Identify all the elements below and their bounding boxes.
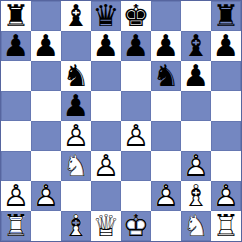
white-piece-outline: ♘ [61,151,91,181]
square-b3[interactable] [31,151,61,181]
white-piece-outline: ♗ [181,181,211,211]
white-piece-outline: ♖ [211,211,241,241]
square-a6[interactable] [1,61,31,91]
square-b5[interactable] [31,91,61,121]
piece-white-pawn: ♟♙ [181,151,211,181]
square-e5[interactable] [121,91,151,121]
square-a4[interactable] [1,121,31,151]
square-b2[interactable]: ♟♙ [31,181,61,211]
piece-black-pawn: ♟ [211,31,241,61]
black-piece-glyph: ♟ [211,31,241,61]
black-piece-glyph: ♟ [31,31,61,61]
piece-white-king: ♚♔ [121,211,151,241]
piece-white-rook: ♜♖ [211,211,241,241]
square-g7[interactable]: ♝ [181,31,211,61]
square-e7[interactable]: ♟ [121,31,151,61]
white-piece-outline: ♙ [151,181,181,211]
black-piece-glyph: ♜ [211,1,241,31]
square-c8[interactable]: ♝ [61,1,91,31]
square-f3[interactable] [151,151,181,181]
square-d8[interactable]: ♛ [91,1,121,31]
chess-board: ♜♝♛♚♜♟♟♟♟♟♝♟♞♞♟♟♟♙♟♙♞♘♟♙♟♙♟♙♟♙♟♙♝♗♟♙♜♖♝♗… [0,0,242,242]
square-d5[interactable] [91,91,121,121]
square-c3[interactable]: ♞♘ [61,151,91,181]
square-c5[interactable]: ♟ [61,91,91,121]
black-piece-glyph: ♟ [1,31,31,61]
square-h6[interactable] [211,61,241,91]
black-piece-glyph: ♛ [91,1,121,31]
black-piece-glyph: ♞ [61,61,91,91]
square-g2[interactable]: ♝♗ [181,181,211,211]
black-piece-glyph: ♟ [91,31,121,61]
square-d7[interactable]: ♟ [91,31,121,61]
black-piece-glyph: ♚ [121,1,151,31]
black-piece-glyph: ♞ [151,61,181,91]
piece-white-pawn: ♟♙ [61,121,91,151]
square-d2[interactable] [91,181,121,211]
white-piece-outline: ♙ [121,121,151,151]
square-g5[interactable] [181,91,211,121]
square-h2[interactable]: ♟♙ [211,181,241,211]
square-a5[interactable] [1,91,31,121]
piece-black-rook: ♜ [211,1,241,31]
piece-black-pawn: ♟ [181,61,211,91]
piece-black-pawn: ♟ [151,31,181,61]
square-f1[interactable] [151,211,181,241]
square-c2[interactable] [61,181,91,211]
square-d6[interactable] [91,61,121,91]
black-piece-glyph: ♝ [181,31,211,61]
piece-black-pawn: ♟ [121,31,151,61]
square-h3[interactable] [211,151,241,181]
square-b4[interactable] [31,121,61,151]
piece-black-knight: ♞ [151,61,181,91]
piece-white-rook: ♜♖ [1,211,31,241]
black-piece-glyph: ♟ [151,31,181,61]
piece-black-pawn: ♟ [91,31,121,61]
square-a3[interactable] [1,151,31,181]
square-a2[interactable]: ♟♙ [1,181,31,211]
square-h4[interactable] [211,121,241,151]
square-f5[interactable] [151,91,181,121]
square-g4[interactable] [181,121,211,151]
square-b8[interactable] [31,1,61,31]
black-piece-glyph: ♜ [1,1,31,31]
square-e2[interactable] [121,181,151,211]
piece-white-knight: ♞♘ [181,211,211,241]
piece-black-knight: ♞ [61,61,91,91]
square-a8[interactable]: ♜ [1,1,31,31]
white-piece-outline: ♙ [61,121,91,151]
piece-white-bishop: ♝♗ [61,211,91,241]
white-piece-outline: ♘ [181,211,211,241]
square-g6[interactable]: ♟ [181,61,211,91]
square-h8[interactable]: ♜ [211,1,241,31]
black-piece-glyph: ♟ [121,31,151,61]
white-piece-outline: ♕ [91,211,121,241]
square-e4[interactable]: ♟♙ [121,121,151,151]
square-a7[interactable]: ♟ [1,31,31,61]
square-a1[interactable]: ♜♖ [1,211,31,241]
white-piece-outline: ♙ [91,151,121,181]
square-h5[interactable] [211,91,241,121]
square-c6[interactable]: ♞ [61,61,91,91]
piece-black-pawn: ♟ [61,91,91,121]
square-f2[interactable]: ♟♙ [151,181,181,211]
piece-white-pawn: ♟♙ [151,181,181,211]
square-c7[interactable] [61,31,91,61]
square-d4[interactable] [91,121,121,151]
white-piece-outline: ♔ [121,211,151,241]
piece-black-king: ♚ [121,1,151,31]
square-b7[interactable]: ♟ [31,31,61,61]
square-f4[interactable] [151,121,181,151]
white-piece-outline: ♙ [211,181,241,211]
black-piece-glyph: ♟ [181,61,211,91]
square-f8[interactable] [151,1,181,31]
square-b6[interactable] [31,61,61,91]
piece-black-rook: ♜ [1,1,31,31]
square-h1[interactable]: ♜♖ [211,211,241,241]
piece-black-bishop: ♝ [61,1,91,31]
white-piece-outline: ♙ [1,181,31,211]
piece-white-pawn: ♟♙ [121,121,151,151]
piece-white-bishop: ♝♗ [181,181,211,211]
square-c4[interactable]: ♟♙ [61,121,91,151]
square-h7[interactable]: ♟ [211,31,241,61]
white-piece-outline: ♖ [1,211,31,241]
piece-white-pawn: ♟♙ [1,181,31,211]
square-f6[interactable]: ♞ [151,61,181,91]
square-g8[interactable] [181,1,211,31]
square-c1[interactable]: ♝♗ [61,211,91,241]
piece-white-queen: ♛♕ [91,211,121,241]
square-e3[interactable] [121,151,151,181]
square-e6[interactable] [121,61,151,91]
piece-white-pawn: ♟♙ [91,151,121,181]
square-d1[interactable]: ♛♕ [91,211,121,241]
square-e1[interactable]: ♚♔ [121,211,151,241]
square-d3[interactable]: ♟♙ [91,151,121,181]
black-piece-glyph: ♟ [61,91,91,121]
square-g1[interactable]: ♞♘ [181,211,211,241]
piece-white-pawn: ♟♙ [31,181,61,211]
black-piece-glyph: ♝ [61,1,91,31]
piece-black-queen: ♛ [91,1,121,31]
square-b1[interactable] [31,211,61,241]
white-piece-outline: ♗ [61,211,91,241]
piece-black-pawn: ♟ [1,31,31,61]
white-piece-outline: ♙ [31,181,61,211]
piece-black-bishop: ♝ [181,31,211,61]
piece-white-knight: ♞♘ [61,151,91,181]
square-e8[interactable]: ♚ [121,1,151,31]
white-piece-outline: ♙ [181,151,211,181]
square-f7[interactable]: ♟ [151,31,181,61]
square-g3[interactable]: ♟♙ [181,151,211,181]
piece-black-pawn: ♟ [31,31,61,61]
piece-white-pawn: ♟♙ [211,181,241,211]
